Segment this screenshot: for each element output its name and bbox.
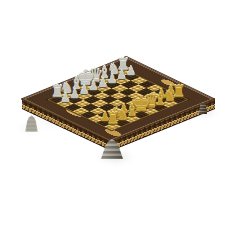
product-photo-canvas: Angled product photo of a luxury cast-me… — [0, 0, 228, 228]
chess-board-frame — [22, 56, 214, 141]
